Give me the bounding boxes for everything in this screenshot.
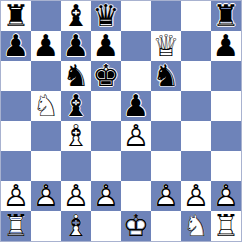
piece-black-pawn: ♙	[31, 31, 61, 61]
square-g8[interactable]	[181, 1, 211, 31]
square-a5[interactable]	[1, 91, 31, 121]
square-d1[interactable]	[91, 211, 121, 241]
piece-white-knight: ♘	[181, 211, 211, 241]
piece-black-pawn: ♟	[211, 31, 241, 61]
square-d2[interactable]: ♟♙	[91, 181, 121, 211]
piece-white-queen: ♛	[151, 31, 181, 61]
piece-white-pawn: ♙	[181, 181, 211, 211]
piece-white-pawn: ♙	[91, 181, 121, 211]
piece-white-pawn: ♟	[211, 181, 241, 211]
piece-black-pawn: ♟	[1, 31, 31, 61]
square-b7[interactable]: ♙♟	[31, 31, 61, 61]
square-c6[interactable]: ♘♞	[61, 61, 91, 91]
square-b6[interactable]	[31, 61, 61, 91]
square-a6[interactable]	[1, 61, 31, 91]
square-f7[interactable]: ♛♕	[151, 31, 181, 61]
piece-black-rook: ♖	[1, 1, 31, 31]
piece-white-king: ♚	[121, 211, 151, 241]
square-g4[interactable]	[181, 121, 211, 151]
square-c2[interactable]: ♟♙	[61, 181, 91, 211]
square-a1[interactable]: ♜♖	[1, 211, 31, 241]
piece-white-bishop: ♗	[61, 211, 91, 241]
square-a2[interactable]: ♟♙	[1, 181, 31, 211]
square-h7[interactable]: ♙♟	[211, 31, 241, 61]
square-c7[interactable]: ♙♟	[61, 31, 91, 61]
piece-white-pawn: ♟	[61, 181, 91, 211]
square-e4[interactable]: ♟♙	[121, 121, 151, 151]
piece-black-pawn: ♟	[91, 31, 121, 61]
piece-black-king: ♔	[91, 61, 121, 91]
square-a4[interactable]	[1, 121, 31, 151]
square-d6[interactable]: ♔♚	[91, 61, 121, 91]
square-d7[interactable]: ♙♟	[91, 31, 121, 61]
piece-black-bishop: ♝	[61, 1, 91, 31]
piece-black-pawn: ♙	[61, 31, 91, 61]
square-f6[interactable]: ♘♞	[151, 61, 181, 91]
piece-black-pawn: ♙	[121, 91, 151, 121]
piece-black-knight: ♘	[151, 61, 181, 91]
piece-white-bishop: ♗	[61, 121, 91, 151]
square-e6[interactable]	[121, 61, 151, 91]
piece-white-queen: ♕	[151, 31, 181, 61]
piece-white-pawn: ♙	[61, 181, 91, 211]
piece-black-pawn: ♙	[91, 31, 121, 61]
piece-white-pawn: ♟	[151, 181, 181, 211]
piece-white-pawn: ♙	[1, 181, 31, 211]
square-a3[interactable]	[1, 151, 31, 181]
piece-black-bishop: ♗	[61, 1, 91, 31]
square-f3[interactable]	[151, 151, 181, 181]
piece-black-queen: ♛	[91, 1, 121, 31]
piece-white-pawn: ♙	[211, 181, 241, 211]
piece-black-queen: ♕	[91, 1, 121, 31]
square-e8[interactable]	[121, 1, 151, 31]
square-f5[interactable]	[151, 91, 181, 121]
piece-black-knight: ♞	[61, 61, 91, 91]
square-f1[interactable]	[151, 211, 181, 241]
square-c5[interactable]: ♗♝	[61, 91, 91, 121]
piece-black-pawn: ♙	[211, 31, 241, 61]
square-f2[interactable]: ♟♙	[151, 181, 181, 211]
piece-white-bishop: ♝	[61, 121, 91, 151]
piece-black-pawn: ♟	[31, 31, 61, 61]
piece-white-pawn: ♙	[121, 121, 151, 151]
square-d5[interactable]	[91, 91, 121, 121]
square-h3[interactable]	[211, 151, 241, 181]
square-d3[interactable]	[91, 151, 121, 181]
square-b4[interactable]	[31, 121, 61, 151]
piece-white-rook: ♖	[1, 211, 31, 241]
piece-black-pawn: ♙	[1, 31, 31, 61]
square-h8[interactable]: ♖♜	[211, 1, 241, 31]
square-b2[interactable]: ♟♙	[31, 181, 61, 211]
square-g6[interactable]	[181, 61, 211, 91]
square-h2[interactable]: ♟♙	[211, 181, 241, 211]
chess-board: ♖♜♗♝♕♛♖♜♙♟♙♟♙♟♙♟♛♕♙♟♘♞♔♚♘♞♞♘♗♝♙♟♝♗♟♙♟♙♟♙…	[0, 0, 242, 242]
piece-black-bishop: ♗	[61, 91, 91, 121]
square-e3[interactable]	[121, 151, 151, 181]
piece-black-knight: ♞	[151, 61, 181, 91]
piece-white-pawn: ♟	[181, 181, 211, 211]
square-c4[interactable]: ♝♗	[61, 121, 91, 151]
piece-white-pawn: ♟	[31, 181, 61, 211]
piece-black-pawn: ♟	[121, 91, 151, 121]
piece-white-knight: ♘	[31, 91, 61, 121]
piece-white-knight: ♞	[31, 91, 61, 121]
square-b3[interactable]	[31, 151, 61, 181]
square-b1[interactable]	[31, 211, 61, 241]
piece-white-pawn: ♟	[121, 121, 151, 151]
piece-black-bishop: ♝	[61, 91, 91, 121]
square-c8[interactable]: ♗♝	[61, 1, 91, 31]
square-b8[interactable]	[31, 1, 61, 31]
square-e1[interactable]: ♚♔	[121, 211, 151, 241]
piece-black-pawn: ♟	[61, 31, 91, 61]
piece-white-rook: ♜	[211, 211, 241, 241]
piece-white-bishop: ♝	[61, 211, 91, 241]
square-h6[interactable]	[211, 61, 241, 91]
square-e2[interactable]	[121, 181, 151, 211]
square-g1[interactable]: ♞♘	[181, 211, 211, 241]
square-g2[interactable]: ♟♙	[181, 181, 211, 211]
piece-black-rook: ♖	[211, 1, 241, 31]
square-h5[interactable]	[211, 91, 241, 121]
piece-white-pawn: ♟	[91, 181, 121, 211]
square-f8[interactable]	[151, 1, 181, 31]
piece-white-pawn: ♙	[151, 181, 181, 211]
piece-black-rook: ♜	[1, 1, 31, 31]
square-h1[interactable]: ♜♖	[211, 211, 241, 241]
piece-white-knight: ♞	[181, 211, 211, 241]
piece-white-rook: ♜	[1, 211, 31, 241]
piece-white-rook: ♖	[211, 211, 241, 241]
square-c3[interactable]	[61, 151, 91, 181]
square-a8[interactable]: ♖♜	[1, 1, 31, 31]
square-g3[interactable]	[181, 151, 211, 181]
square-g7[interactable]	[181, 31, 211, 61]
square-h4[interactable]	[211, 121, 241, 151]
square-g5[interactable]	[181, 91, 211, 121]
square-a7[interactable]: ♙♟	[1, 31, 31, 61]
piece-white-king: ♔	[121, 211, 151, 241]
piece-white-pawn: ♙	[31, 181, 61, 211]
square-d4[interactable]	[91, 121, 121, 151]
square-b5[interactable]: ♞♘	[31, 91, 61, 121]
square-d8[interactable]: ♕♛	[91, 1, 121, 31]
piece-black-king: ♚	[91, 61, 121, 91]
square-c1[interactable]: ♝♗	[61, 211, 91, 241]
square-e7[interactable]	[121, 31, 151, 61]
square-f4[interactable]	[151, 121, 181, 151]
piece-black-rook: ♜	[211, 1, 241, 31]
piece-black-knight: ♘	[61, 61, 91, 91]
piece-white-pawn: ♟	[1, 181, 31, 211]
square-e5[interactable]: ♙♟	[121, 91, 151, 121]
